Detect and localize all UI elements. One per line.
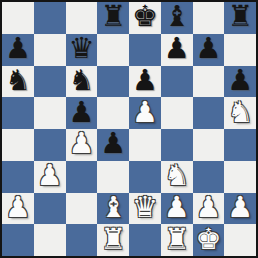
square-a7[interactable]: ♟ bbox=[2, 34, 34, 66]
square-e4[interactable] bbox=[129, 129, 161, 161]
square-g5[interactable] bbox=[193, 97, 225, 129]
white-knight-piece: ♞ bbox=[164, 161, 190, 190]
square-g4[interactable] bbox=[193, 129, 225, 161]
white-pawn-piece: ♟ bbox=[195, 193, 221, 222]
square-f1[interactable]: ♜ bbox=[161, 224, 193, 256]
square-d6[interactable] bbox=[97, 66, 129, 98]
white-rook-piece: ♜ bbox=[100, 225, 126, 254]
square-e5[interactable]: ♟ bbox=[129, 97, 161, 129]
square-d4[interactable]: ♟ bbox=[97, 129, 129, 161]
square-d1[interactable]: ♜ bbox=[97, 224, 129, 256]
square-d3[interactable] bbox=[97, 161, 129, 193]
square-g2[interactable]: ♟ bbox=[193, 193, 225, 225]
black-pawn-piece: ♟ bbox=[164, 34, 190, 63]
square-b3[interactable]: ♟ bbox=[34, 161, 66, 193]
square-h1[interactable] bbox=[224, 224, 256, 256]
black-queen-piece: ♛ bbox=[68, 34, 94, 63]
square-c6[interactable]: ♞ bbox=[66, 66, 98, 98]
square-b7[interactable] bbox=[34, 34, 66, 66]
square-h3[interactable] bbox=[224, 161, 256, 193]
square-a3[interactable] bbox=[2, 161, 34, 193]
white-queen-piece: ♛ bbox=[132, 193, 158, 222]
white-rook-piece: ♜ bbox=[164, 225, 190, 254]
black-knight-piece: ♞ bbox=[68, 66, 94, 95]
square-b4[interactable] bbox=[34, 129, 66, 161]
square-g7[interactable]: ♟ bbox=[193, 34, 225, 66]
square-c2[interactable] bbox=[66, 193, 98, 225]
square-f6[interactable] bbox=[161, 66, 193, 98]
black-rook-piece: ♜ bbox=[100, 2, 126, 31]
square-h5[interactable]: ♞ bbox=[224, 97, 256, 129]
black-pawn-piece: ♟ bbox=[195, 34, 221, 63]
square-a8[interactable] bbox=[2, 2, 34, 34]
white-pawn-piece: ♟ bbox=[227, 193, 253, 222]
black-pawn-piece: ♟ bbox=[100, 129, 126, 158]
square-f3[interactable]: ♞ bbox=[161, 161, 193, 193]
square-g3[interactable] bbox=[193, 161, 225, 193]
white-pawn-piece: ♟ bbox=[132, 98, 158, 127]
square-f7[interactable]: ♟ bbox=[161, 34, 193, 66]
square-h8[interactable]: ♜ bbox=[224, 2, 256, 34]
square-c7[interactable]: ♛ bbox=[66, 34, 98, 66]
square-g6[interactable] bbox=[193, 66, 225, 98]
square-d5[interactable] bbox=[97, 97, 129, 129]
square-h2[interactable]: ♟ bbox=[224, 193, 256, 225]
white-pawn-piece: ♟ bbox=[37, 161, 63, 190]
square-e8[interactable]: ♚ bbox=[129, 2, 161, 34]
square-h7[interactable] bbox=[224, 34, 256, 66]
square-f2[interactable]: ♟ bbox=[161, 193, 193, 225]
square-f5[interactable] bbox=[161, 97, 193, 129]
square-f8[interactable]: ♝ bbox=[161, 2, 193, 34]
square-b5[interactable] bbox=[34, 97, 66, 129]
square-c4[interactable]: ♟ bbox=[66, 129, 98, 161]
black-rook-piece: ♜ bbox=[227, 2, 253, 31]
square-h4[interactable] bbox=[224, 129, 256, 161]
square-f4[interactable] bbox=[161, 129, 193, 161]
white-pawn-piece: ♟ bbox=[5, 193, 31, 222]
square-a4[interactable] bbox=[2, 129, 34, 161]
square-b1[interactable] bbox=[34, 224, 66, 256]
square-a1[interactable] bbox=[2, 224, 34, 256]
square-g1[interactable]: ♚ bbox=[193, 224, 225, 256]
square-c1[interactable] bbox=[66, 224, 98, 256]
white-pawn-piece: ♟ bbox=[68, 129, 94, 158]
square-b6[interactable] bbox=[34, 66, 66, 98]
square-c8[interactable] bbox=[66, 2, 98, 34]
black-pawn-piece: ♟ bbox=[68, 98, 94, 127]
white-king-piece: ♚ bbox=[195, 225, 221, 254]
square-b2[interactable] bbox=[34, 193, 66, 225]
black-pawn-piece: ♟ bbox=[5, 34, 31, 63]
black-knight-piece: ♞ bbox=[5, 66, 31, 95]
black-pawn-piece: ♟ bbox=[132, 66, 158, 95]
square-b8[interactable] bbox=[34, 2, 66, 34]
square-a2[interactable]: ♟ bbox=[2, 193, 34, 225]
white-pawn-piece: ♟ bbox=[164, 193, 190, 222]
square-e7[interactable] bbox=[129, 34, 161, 66]
square-g8[interactable] bbox=[193, 2, 225, 34]
square-a6[interactable]: ♞ bbox=[2, 66, 34, 98]
square-c5[interactable]: ♟ bbox=[66, 97, 98, 129]
square-e2[interactable]: ♛ bbox=[129, 193, 161, 225]
square-e3[interactable] bbox=[129, 161, 161, 193]
square-e6[interactable]: ♟ bbox=[129, 66, 161, 98]
chess-board: ♜♚♝♜♟♛♟♟♞♞♟♟♟♟♞♟♟♟♞♟♝♛♟♟♟♜♜♚ bbox=[0, 0, 258, 258]
white-knight-piece: ♞ bbox=[227, 98, 253, 127]
white-bishop-piece: ♝ bbox=[100, 193, 126, 222]
square-c3[interactable] bbox=[66, 161, 98, 193]
square-d7[interactable] bbox=[97, 34, 129, 66]
black-pawn-piece: ♟ bbox=[227, 66, 253, 95]
black-bishop-piece: ♝ bbox=[164, 2, 190, 31]
square-e1[interactable] bbox=[129, 224, 161, 256]
square-d8[interactable]: ♜ bbox=[97, 2, 129, 34]
square-h6[interactable]: ♟ bbox=[224, 66, 256, 98]
black-king-piece: ♚ bbox=[132, 2, 158, 31]
square-a5[interactable] bbox=[2, 97, 34, 129]
square-d2[interactable]: ♝ bbox=[97, 193, 129, 225]
